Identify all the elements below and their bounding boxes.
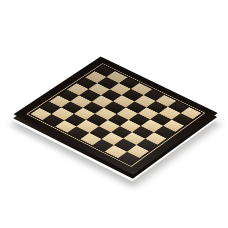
product-photo [0, 0, 228, 228]
chess-board [13, 56, 217, 174]
perspective-scene [0, 0, 228, 228]
inlay-pinstripe [26, 63, 205, 167]
camera-roll-wrapper [0, 0, 228, 228]
